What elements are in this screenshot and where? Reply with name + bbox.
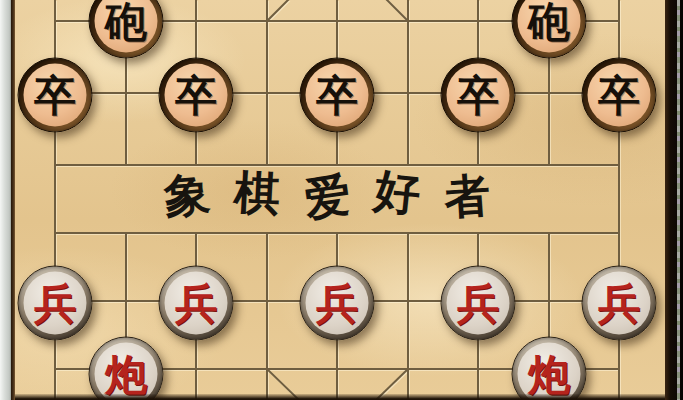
piece-glyph: 炮 [528,353,570,395]
piece-face: 卒 [447,64,510,127]
piece-face: 砲 [95,0,158,53]
piece-red-soldier[interactable]: 兵 [300,266,375,341]
piece-glyph: 兵 [175,282,217,324]
board-left-bevel [11,0,15,400]
piece-face: 兵 [588,272,651,335]
piece-black-soldier[interactable]: 卒 [582,58,657,133]
piece-red-soldier[interactable]: 兵 [441,266,516,341]
piece-face: 砲 [518,0,581,53]
piece-black-soldier[interactable]: 卒 [300,58,375,133]
piece-glyph: 卒 [598,74,640,116]
piece-glyph: 砲 [105,0,147,42]
river-char: 棋 [233,165,282,221]
piece-red-soldier[interactable]: 兵 [18,266,93,341]
screen-edge-bottom [11,394,665,400]
piece-face: 兵 [24,272,87,335]
river-char: 者 [442,167,492,224]
piece-face: 炮 [518,343,581,400]
piece-glyph: 炮 [105,353,147,395]
piece-face: 炮 [95,343,158,400]
piece-face: 卒 [24,64,87,127]
piece-black-soldier[interactable]: 卒 [159,58,234,133]
piece-glyph: 兵 [316,282,358,324]
piece-face: 兵 [165,272,228,335]
piece-glyph: 兵 [598,282,640,324]
piece-glyph: 兵 [34,282,76,324]
river-char: 象 [162,166,213,224]
screen-edge-left [0,0,11,400]
piece-glyph: 卒 [175,74,217,116]
piece-black-soldier[interactable]: 卒 [18,58,93,133]
piece-face: 卒 [165,64,228,127]
video-noise-strip [677,0,680,400]
river-char: 爱 [301,167,354,227]
river-label: 象棋爱好者 [164,168,490,222]
piece-red-soldier[interactable]: 兵 [159,266,234,341]
river-char: 好 [372,163,423,222]
piece-glyph: 卒 [34,74,76,116]
piece-glyph: 兵 [457,282,499,324]
piece-face: 兵 [306,272,369,335]
piece-black-soldier[interactable]: 卒 [441,58,516,133]
screen-edge-right [665,0,683,400]
piece-face: 兵 [447,272,510,335]
xiangqi-board: 象棋爱好者 砲砲卒卒卒卒卒兵兵兵兵炮兵炮 [0,0,683,400]
piece-red-soldier[interactable]: 兵 [582,266,657,341]
piece-glyph: 卒 [457,74,499,116]
piece-glyph: 卒 [316,74,358,116]
piece-face: 卒 [588,64,651,127]
piece-glyph: 砲 [528,0,570,42]
piece-face: 卒 [306,64,369,127]
